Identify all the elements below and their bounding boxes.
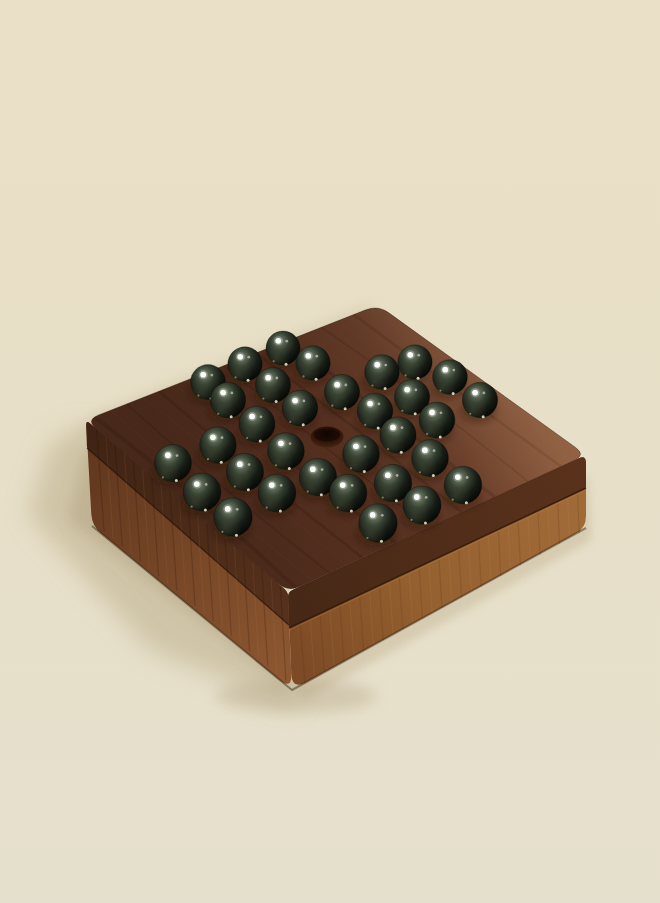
- marble-r2c1[interactable]: [295, 346, 330, 383]
- marble-highlight: [340, 482, 346, 488]
- hole-rim-glint: [247, 488, 250, 491]
- marble-r1c2[interactable]: [364, 355, 400, 393]
- marble-r6c4[interactable]: [213, 498, 252, 540]
- marble-glass-sheen: [228, 347, 262, 381]
- hole-rim-glint-2: [469, 413, 471, 415]
- marble-glass-sheen: [359, 504, 397, 542]
- hole-rim-glint: [320, 493, 323, 496]
- marble-glass-sheen: [266, 331, 300, 365]
- marble-highlight-secondary: [230, 392, 233, 395]
- product-photo-stage: ●●●●●●●●●●●●●●●●●●●●●●●●●●●●●●●●: [0, 0, 660, 903]
- marble-highlight-secondary: [378, 402, 381, 405]
- hole-rim-glint-2: [426, 433, 428, 435]
- hole-rim-glint: [350, 509, 353, 512]
- marble-glass-sheen: [419, 402, 455, 438]
- marble-highlight: [404, 387, 410, 393]
- hole-rim-glint-2: [350, 467, 352, 469]
- hole-rim-glint-2: [419, 471, 421, 473]
- marble-highlight-secondary: [381, 514, 384, 517]
- marble-glass-sheen: [398, 345, 432, 379]
- hole-rim-glint-2: [221, 531, 223, 533]
- marble-highlight: [442, 367, 448, 373]
- hole-rim-glint-2: [366, 537, 368, 539]
- marble-highlight: [292, 398, 298, 404]
- hole-rim-glint: [384, 387, 387, 390]
- marble-highlight-secondary: [440, 411, 443, 414]
- marble-highlight-secondary: [236, 508, 239, 511]
- marble-glass-sheen: [239, 406, 275, 442]
- marble-r4c5[interactable]: [328, 474, 367, 515]
- hole-rim-glint-2: [217, 413, 219, 415]
- marble-highlight: [390, 424, 396, 430]
- hole-rim-glint-2: [410, 519, 412, 521]
- marble-glass-sheen: [256, 368, 291, 403]
- marble-highlight: [334, 382, 340, 388]
- marble-highlight-secondary: [364, 445, 367, 448]
- hole-rim-glint: [363, 470, 366, 473]
- marble-highlight: [200, 372, 206, 378]
- marble-highlight: [353, 443, 359, 449]
- hole-rim-glint: [220, 461, 223, 464]
- marble-r2c6[interactable]: [443, 466, 482, 507]
- marble-r3c4[interactable]: [342, 436, 380, 476]
- marble-glass-sheen: [412, 440, 449, 477]
- marble-highlight: [210, 434, 216, 440]
- marble-highlight: [249, 414, 255, 420]
- hole-rim-glint-2: [307, 490, 309, 492]
- marble-r4c1[interactable]: [209, 382, 245, 420]
- hole-rim-glint: [302, 423, 305, 426]
- hole-rim-glint: [235, 534, 238, 537]
- marble-glass-sheen: [200, 427, 236, 463]
- marble-highlight-secondary: [210, 374, 213, 377]
- hole-rim-glint-2: [197, 394, 199, 396]
- marble-glass-sheen: [155, 445, 192, 482]
- marble-r3c6[interactable]: [402, 486, 441, 527]
- marble-glass-sheen: [210, 382, 245, 417]
- marble-glass-sheen: [296, 346, 330, 380]
- marble-highlight-secondary: [414, 389, 417, 392]
- hole-rim-glint: [230, 415, 233, 418]
- marble-r5c4[interactable]: [257, 474, 296, 515]
- marble-highlight-secondary: [285, 340, 288, 343]
- hole-rim-glint: [395, 499, 398, 502]
- marble-glass-sheen: [462, 382, 497, 417]
- hole-rim-glint-2: [452, 499, 454, 501]
- marble-highlight-secondary: [466, 476, 469, 479]
- marble-highlight-secondary: [351, 484, 354, 487]
- hole-rim-glint-2: [382, 497, 384, 499]
- marble-glass-sheen: [324, 374, 359, 409]
- marble-highlight-secondary: [344, 384, 347, 387]
- hole-rim-glint-2: [404, 374, 406, 376]
- marble-glass-sheen: [268, 433, 305, 470]
- marble-highlight-secondary: [205, 483, 208, 486]
- hole-rim-glint-2: [439, 389, 441, 391]
- hole-rim-glint: [259, 440, 262, 443]
- marble-glass-sheen: [226, 453, 263, 490]
- marble-highlight: [370, 512, 376, 518]
- marble-highlight-secondary: [482, 392, 485, 395]
- hole-rim-glint: [452, 392, 455, 395]
- hole-rim-glint: [288, 467, 291, 470]
- marble-highlight: [278, 440, 284, 446]
- marble-highlight: [305, 353, 311, 359]
- hole-rim-glint-2: [401, 410, 403, 412]
- marble-highlight-secondary: [275, 377, 278, 380]
- marble-highlight: [422, 447, 428, 453]
- marble-glass-sheen: [403, 486, 441, 524]
- marble-highlight-secondary: [396, 474, 399, 477]
- hole-rim-glint-2: [246, 437, 248, 439]
- marble-highlight: [385, 472, 391, 478]
- marble-highlight: [225, 506, 231, 512]
- marble-r0c2[interactable]: [397, 345, 432, 382]
- marble-highlight-secondary: [321, 468, 324, 471]
- marble-highlight-secondary: [176, 454, 179, 457]
- hole-rim-glint: [247, 379, 250, 382]
- marble-highlight: [429, 410, 435, 416]
- marble-r0c3[interactable]: [432, 360, 468, 398]
- hole-rim-glint: [465, 501, 468, 504]
- marble-highlight: [165, 452, 171, 458]
- marble-highlight: [237, 461, 243, 467]
- marble-glass-sheen: [258, 474, 296, 512]
- hole-rim-glint: [417, 377, 420, 380]
- hole-rim-glint: [275, 400, 278, 403]
- marble-highlight: [275, 338, 281, 344]
- marble-glass-sheen: [183, 473, 221, 511]
- hole-rim-glint-2: [302, 375, 304, 377]
- marble-r3c2[interactable]: [281, 390, 318, 429]
- marble-highlight-secondary: [417, 354, 420, 357]
- marble-highlight-secondary: [425, 496, 428, 499]
- marble-r6c3[interactable]: [182, 473, 221, 514]
- hole-rim-glint-2: [371, 384, 373, 386]
- marble-r4c3[interactable]: [267, 433, 305, 473]
- marble-highlight: [407, 352, 413, 358]
- marble-highlight: [414, 494, 420, 500]
- hole-rim-glint-2: [162, 476, 164, 478]
- marble-highlight-secondary: [384, 364, 387, 367]
- marble-highlight-secondary: [433, 449, 436, 452]
- marble-highlight: [194, 481, 200, 487]
- marble-highlight-secondary: [303, 399, 306, 402]
- marble-highlight-secondary: [221, 436, 224, 439]
- marble-highlight-secondary: [315, 355, 318, 358]
- hole-rim-glint: [424, 522, 427, 525]
- marble-highlight-secondary: [247, 356, 250, 359]
- hole-rim-glint: [482, 415, 485, 418]
- marble-glass-sheen: [214, 498, 252, 536]
- hole-rim-glint-2: [273, 360, 275, 362]
- marble-r0c4[interactable]: [461, 382, 497, 420]
- hole-rim-glint-2: [191, 506, 193, 508]
- marble-glass-sheen: [365, 355, 400, 390]
- hole-rim-glint-2: [337, 507, 339, 509]
- marble-highlight-secondary: [280, 484, 283, 487]
- hole-rim-glint: [432, 474, 435, 477]
- marble-glass-sheen: [282, 390, 318, 426]
- marble-r2c4[interactable]: [379, 417, 416, 456]
- marble-r6c2[interactable]: [154, 445, 192, 485]
- marble-highlight-secondary: [452, 369, 455, 372]
- empty-hole-r3c3[interactable]: [311, 427, 344, 448]
- marble-r4c6[interactable]: [358, 504, 397, 546]
- marble-glass-sheen: [433, 360, 468, 395]
- hole-rim-glint: [380, 540, 383, 543]
- marble-highlight: [374, 362, 380, 368]
- marble-highlight: [269, 482, 275, 488]
- hole-rim-glint-2: [234, 485, 236, 487]
- marble-highlight-secondary: [401, 426, 404, 429]
- hole-rim-glint-2: [387, 448, 389, 450]
- hole-rim-glint: [439, 436, 442, 439]
- hole-rim-glint: [344, 407, 347, 410]
- hole-rim-glint-2: [234, 376, 236, 378]
- scene-svg: [0, 0, 660, 903]
- marble-highlight: [455, 474, 461, 480]
- marble-glass-sheen: [444, 466, 482, 504]
- marble-r4c2[interactable]: [238, 406, 275, 445]
- hole-rim-glint: [285, 363, 288, 366]
- marble-highlight-secondary: [260, 415, 263, 418]
- hole-rim-glint-2: [331, 405, 333, 407]
- hole-rim-glint: [400, 451, 403, 454]
- marble-glass-sheen: [329, 474, 367, 512]
- hole-rim-glint: [279, 509, 282, 512]
- marble-r2c5[interactable]: [411, 440, 449, 480]
- marble-r2c2[interactable]: [323, 374, 359, 412]
- marble-highlight: [265, 375, 271, 381]
- marble-r5c3[interactable]: [225, 453, 263, 493]
- hole-rim-glint: [204, 508, 207, 511]
- hole-rim-glint: [175, 479, 178, 482]
- hole-rim-glint-2: [207, 458, 209, 460]
- hole-rim-glint-2: [364, 424, 366, 426]
- marble-highlight: [310, 466, 316, 472]
- hole-rim-glint-2: [262, 398, 264, 400]
- hole-rim-glint-2: [275, 464, 277, 466]
- marble-glass-sheen: [380, 417, 416, 453]
- hole-rim-glint: [377, 426, 380, 429]
- marble-highlight: [367, 401, 373, 407]
- marble-highlight: [220, 390, 226, 396]
- hole-rim-glint: [414, 412, 417, 415]
- hole-rim-glint-2: [289, 421, 291, 423]
- marble-glass-sheen: [343, 436, 380, 473]
- hole-rim-glint-2: [266, 507, 268, 509]
- marble-r2c0[interactable]: [265, 331, 300, 368]
- marble-highlight: [237, 354, 243, 360]
- marble-r1c4[interactable]: [418, 402, 455, 441]
- marble-highlight-secondary: [289, 442, 292, 445]
- marble-highlight-secondary: [248, 463, 251, 466]
- marble-highlight: [472, 390, 478, 396]
- hole-rim-glint: [315, 378, 318, 381]
